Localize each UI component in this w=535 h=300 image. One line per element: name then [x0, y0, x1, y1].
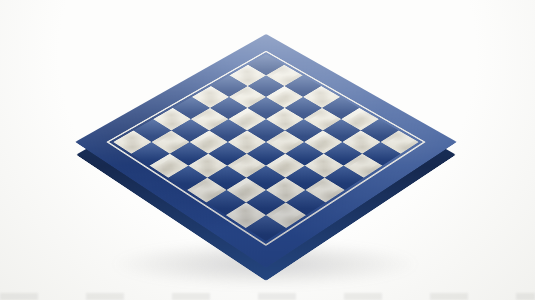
square-f2 [227, 178, 266, 203]
square-g5 [305, 154, 344, 178]
photo-background [0, 0, 535, 300]
square-f3 [246, 166, 285, 190]
square-h7 [362, 142, 400, 166]
square-h2 [266, 202, 306, 228]
square-h1 [246, 215, 286, 241]
square-h5 [325, 166, 364, 190]
square-h4 [305, 178, 344, 203]
square-h6 [344, 154, 383, 178]
square-f1 [206, 190, 246, 215]
square-c1 [150, 154, 189, 178]
square-e3 [227, 154, 266, 178]
square-f5 [285, 142, 323, 166]
square-d2 [188, 154, 227, 178]
square-d3 [208, 142, 246, 166]
square-g1 [226, 202, 266, 228]
square-g6 [324, 142, 362, 166]
square-e4 [247, 142, 285, 166]
square-g3 [266, 178, 305, 203]
square-h3 [286, 190, 326, 215]
square-g4 [286, 166, 325, 190]
board-top-face [75, 34, 457, 268]
square-f4 [266, 154, 305, 178]
square-b1 [131, 142, 169, 166]
square-e2 [207, 166, 246, 190]
scene [0, 0, 535, 300]
inlay-frame-line [106, 51, 426, 246]
chessboard [75, 34, 457, 268]
square-d1 [168, 166, 207, 190]
square-c2 [170, 142, 208, 166]
square-g2 [246, 190, 286, 215]
square-e1 [187, 178, 226, 203]
